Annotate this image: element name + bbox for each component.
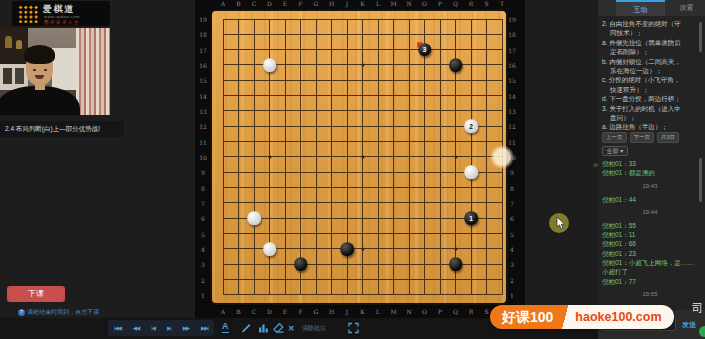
video-window-pane <box>15 68 24 84</box>
video-curtain <box>76 28 110 115</box>
panel-tabbar: 互动 设置 <box>598 0 705 16</box>
column-label-top: D <box>267 0 272 6</box>
column-label-top: C <box>252 0 257 6</box>
chat-timestamp: 19:44 <box>602 208 698 217</box>
row-label-right: 11 <box>508 138 516 145</box>
column-label-bottom: E <box>283 308 287 315</box>
black-stone-F3[interactable] <box>294 257 308 271</box>
page-button[interactable]: 共3页 <box>657 132 679 143</box>
outline-line: d. 下一盘分投，两边行棋； <box>602 94 698 103</box>
star-point <box>454 155 457 158</box>
row-label-left: 18 <box>199 31 207 38</box>
row-label-left: 4 <box>201 245 205 252</box>
iqidao-logo: 爱棋道 www.iqidao.com 围棋改变人生 <box>12 1 110 26</box>
watermark-domain: haoke100.com <box>571 305 673 329</box>
playback-button-4[interactable]: ▶▶ <box>183 325 189 331</box>
pen-tool-icon[interactable] <box>241 320 252 336</box>
outline-line: 定石削除）； <box>602 47 698 56</box>
video-wall-panel <box>52 48 76 90</box>
white-stone-R9[interactable] <box>464 166 478 180</box>
logo-url: www.iqidao.com <box>44 14 80 19</box>
row-label-left: 5 <box>201 230 205 237</box>
row-label-left: 14 <box>199 92 207 99</box>
end-class-button[interactable]: 下课 <box>7 286 65 302</box>
chat-message-list[interactable]: 倪柏01：33倪柏01：都是漂的19:43倪柏01：4419:44倪柏01：55… <box>602 159 698 307</box>
row-label-right: 14 <box>508 92 516 99</box>
page-button[interactable]: 下一页 <box>630 132 655 143</box>
column-label-top: Q <box>453 0 458 6</box>
column-label-bottom: A <box>221 308 225 315</box>
row-label-right: 13 <box>508 107 516 114</box>
black-stone-O17[interactable]: 3 <box>418 43 432 57</box>
row-label-left: 15 <box>199 77 207 84</box>
outline-line: c. 分投的绝对（小飞守角， <box>602 75 698 84</box>
last-move-marker <box>417 42 423 48</box>
star-point <box>361 247 364 250</box>
row-label-right: 16 <box>508 61 516 68</box>
teacher-body <box>0 86 80 115</box>
row-label-right: 8 <box>510 184 514 191</box>
clipped-edge-text: 司 <box>692 301 703 316</box>
chat-message: 倪柏01：23 <box>602 249 698 258</box>
help-text: 课程结束时间到，点击下课 <box>27 308 99 317</box>
column-label-bottom: M <box>390 308 396 315</box>
outline-line: 快速双升）； <box>602 85 698 94</box>
column-label-bottom: B <box>236 308 240 315</box>
interaction-panel: 互动 设置 2. 自由挂角不变的绝对（守同技术）；a. 外侧先挂位（简单攻防后定… <box>598 0 705 339</box>
row-label-right: 4 <box>510 245 514 252</box>
teacher-webcam-video <box>0 28 110 115</box>
star-point <box>361 63 364 66</box>
column-label-bottom: K <box>360 308 364 315</box>
black-stone-Q3[interactable] <box>449 257 463 271</box>
row-label-left: 2 <box>201 276 205 283</box>
playback-button-3[interactable]: ▶| <box>167 325 171 331</box>
row-label-left: 9 <box>201 169 205 176</box>
white-stone-R12[interactable]: 2 <box>464 120 478 134</box>
row-label-left: 16 <box>199 61 207 68</box>
clipped-badge <box>699 326 705 337</box>
column-label-top: K <box>360 0 364 6</box>
row-label-left: 11 <box>199 138 207 145</box>
outline-line: a. 边路挂角（半边）； <box>602 122 698 131</box>
chat-scrollbar[interactable] <box>699 158 702 202</box>
row-label-left: 17 <box>199 46 207 53</box>
playback-button-1[interactable]: ◀◀ <box>133 325 139 331</box>
column-label-top: J <box>346 0 348 6</box>
haoke100-watermark: 好课100 haoke100.com <box>490 305 674 329</box>
page-button[interactable]: 上一页 <box>602 132 627 143</box>
outline-pagination: 上一页下一页共3页 <box>602 132 679 143</box>
trophy-shape <box>5 36 12 48</box>
chat-filter-dropdown[interactable]: 全部 ▾ <box>602 146 628 156</box>
row-label-left: 10 <box>199 153 207 160</box>
row-label-left: 1 <box>201 291 205 298</box>
row-label-left: 8 <box>201 184 205 191</box>
logo-dot-grid-icon <box>17 4 38 23</box>
app-window: 爱棋道 www.iqidao.com 围棋改变人生 2.4 布局判断(白)上—部… <box>0 0 705 339</box>
black-stone-R6[interactable]: 1 <box>464 211 478 225</box>
chart-tool-icon[interactable] <box>258 320 269 336</box>
mouse-cursor-icon <box>556 217 566 230</box>
playback-controls: |◀◀◀◀|◀▶|▶▶▶▶| <box>108 320 214 336</box>
row-label-right: 6 <box>510 215 514 222</box>
row-label-left: 13 <box>199 107 207 114</box>
star-point <box>268 155 271 158</box>
go-board[interactable] <box>212 11 506 303</box>
black-stone-J4[interactable] <box>340 242 354 256</box>
star-point <box>361 155 364 158</box>
star-point <box>454 247 457 250</box>
column-label-bottom: F <box>298 308 302 315</box>
row-label-right: 2 <box>510 276 514 283</box>
column-label-bottom: J <box>346 308 348 315</box>
row-label-left: 19 <box>199 16 207 23</box>
video-window-pane <box>3 68 12 84</box>
lesson-outline: 2. 自由挂角不变的绝对（守同技术）；a. 外侧先挂位（简单攻防后定石削除）；b… <box>602 19 698 132</box>
teacher-hair <box>24 45 55 64</box>
column-label-top: N <box>406 0 411 6</box>
column-label-top: S <box>484 0 488 6</box>
text-annotation-tool[interactable]: A <box>222 320 229 333</box>
column-label-top: A <box>221 0 225 6</box>
column-label-top: P <box>438 0 442 6</box>
column-label-top: M <box>390 0 396 6</box>
panel-collapse-handle[interactable]: » <box>593 160 598 170</box>
chat-message: 倪柏01：66 <box>602 239 698 248</box>
row-label-right: 9 <box>510 169 514 176</box>
column-label-top: T <box>500 0 504 6</box>
outline-line: 盘问）； <box>602 113 698 122</box>
teacher-eye <box>33 69 36 71</box>
chat-message: 倪柏01：33 <box>602 159 698 168</box>
column-label-top: L <box>376 0 380 6</box>
logo-slogan: 围棋改变人生 <box>44 20 80 25</box>
teacher-eye <box>44 69 47 71</box>
row-label-right: 18 <box>508 31 516 38</box>
watermark-divider <box>561 305 571 329</box>
row-label-right: 5 <box>510 230 514 237</box>
tab-settings[interactable]: 设置 <box>668 0 705 16</box>
outline-line: b. 内侧封锁位（二间高夹， <box>602 57 698 66</box>
white-stone-D16[interactable] <box>263 58 277 72</box>
outline-line: 乐在海位一边）； <box>602 66 698 75</box>
column-label-bottom: R <box>469 308 474 315</box>
chat-message: 倪柏01：77 <box>602 277 698 286</box>
eraser-tool-icon[interactable] <box>273 320 285 336</box>
clear-annotations-button[interactable]: 清除批注 <box>302 320 326 336</box>
column-label-bottom: L <box>376 308 380 315</box>
tab-interaction[interactable]: 互动 <box>616 0 665 16</box>
row-label-right: 1 <box>510 291 514 298</box>
row-label-right: 15 <box>508 77 516 84</box>
column-label-bottom: D <box>267 308 272 315</box>
chat-message: 倪柏01：11 <box>602 230 698 239</box>
black-stone-Q16[interactable] <box>449 58 463 72</box>
row-label-left: 6 <box>201 215 205 222</box>
row-label-right: 19 <box>508 16 516 23</box>
trophy-shape <box>16 40 22 49</box>
row-label-left: 7 <box>201 199 205 206</box>
column-label-bottom: C <box>252 308 257 315</box>
close-annotation-tool[interactable]: ✕ <box>288 320 295 336</box>
column-label-top: H <box>329 0 334 6</box>
row-label-left: 12 <box>199 123 207 130</box>
playback-button-0[interactable]: |◀◀ <box>114 325 121 331</box>
column-label-top: F <box>298 0 302 6</box>
lesson-title: 2.4 布局判断(白)上—部分优势战! <box>5 125 100 134</box>
outline-line: 2. 自由挂角不变的绝对（守 <box>602 19 698 28</box>
column-label-top: E <box>283 0 287 6</box>
chat-timestamp: 19:43 <box>602 182 698 191</box>
column-label-top: O <box>422 0 427 6</box>
column-label-top: G <box>314 0 319 6</box>
row-label-right: 17 <box>508 46 516 53</box>
column-label-bottom: N <box>406 308 411 315</box>
send-button[interactable]: 发送 <box>682 320 696 330</box>
go-board-area: AABBCCDDEEFFGGHHJJKKLLMMNNOOPPQQRRSSTT19… <box>195 0 525 318</box>
row-label-right: 7 <box>510 199 514 206</box>
column-label-bottom: Q <box>453 308 458 315</box>
chat-message: 倪柏01：小超飞上网络，是……小超打了 <box>602 258 698 277</box>
chat-message: 倪柏01：都是漂的 <box>602 168 698 177</box>
column-label-top: B <box>236 0 240 6</box>
outline-line: a. 外侧先挂位（简单攻防后 <box>602 38 698 47</box>
chat-message: 倪柏01：44 <box>602 195 698 204</box>
column-label-bottom: G <box>314 308 319 315</box>
watermark-brand: 好课100 <box>490 305 561 329</box>
chat-message: 倪柏01：55 <box>602 221 698 230</box>
column-label-top: R <box>469 0 474 6</box>
chat-timestamp: 19:55 <box>602 290 698 299</box>
ghost-stone-T10 <box>490 145 514 169</box>
column-label-bottom: O <box>422 308 427 315</box>
playback-button-2[interactable]: |◀ <box>151 325 155 331</box>
row-label-right: 3 <box>510 261 514 268</box>
row-label-right: 12 <box>508 123 516 130</box>
outline-line: 同技术）； <box>602 28 698 37</box>
fullscreen-icon[interactable] <box>348 320 359 336</box>
white-stone-C6[interactable] <box>247 211 261 225</box>
column-label-bottom: S <box>484 308 488 315</box>
column-label-bottom: P <box>438 308 442 315</box>
question-icon: ? <box>18 309 25 316</box>
help-line[interactable]: ? 课程结束时间到，点击下课 <box>18 308 99 317</box>
white-stone-D4[interactable] <box>263 242 277 256</box>
row-label-left: 3 <box>201 261 205 268</box>
outline-line: 3. 关于打入的时机（进入中 <box>602 104 698 113</box>
outline-scrollbar[interactable] <box>699 22 702 52</box>
column-label-bottom: H <box>329 308 334 315</box>
playback-button-5[interactable]: ▶▶| <box>201 325 208 331</box>
